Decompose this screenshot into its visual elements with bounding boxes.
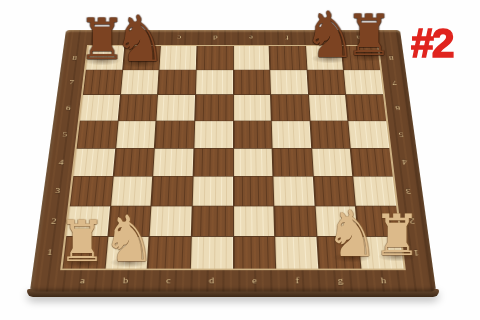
coord-label-f: f xyxy=(276,273,320,289)
white-knight-b1: ♞ xyxy=(103,207,156,271)
white-rook-h1: ♜ xyxy=(373,207,420,264)
square-e3 xyxy=(233,177,273,206)
square-d7 xyxy=(196,70,233,94)
square-d4 xyxy=(193,148,232,176)
coord-label-6: 6 xyxy=(57,95,79,121)
black-knight-b8: ♞ xyxy=(114,7,167,71)
square-f3 xyxy=(274,177,315,206)
square-f5 xyxy=(272,121,311,147)
square-c3 xyxy=(152,177,193,206)
coord-label-d: d xyxy=(190,273,233,289)
square-c5 xyxy=(155,121,194,147)
square-f2 xyxy=(274,206,316,236)
square-e8 xyxy=(233,46,269,69)
square-e2 xyxy=(234,206,275,236)
square-d2 xyxy=(192,206,233,236)
square-a4 xyxy=(73,148,115,176)
square-d8 xyxy=(197,46,233,69)
coord-label-7: 7 xyxy=(61,70,83,95)
white-rook-a1: ♜ xyxy=(58,213,105,270)
square-a6 xyxy=(80,95,120,120)
square-e7 xyxy=(233,70,270,94)
square-g7 xyxy=(307,70,345,94)
square-h5 xyxy=(349,121,390,147)
square-g5 xyxy=(310,121,350,147)
square-d1 xyxy=(191,237,233,268)
square-b5 xyxy=(116,121,156,147)
square-d6 xyxy=(195,95,232,120)
square-c4 xyxy=(153,148,193,176)
coord-label-d: d xyxy=(197,32,233,43)
square-e6 xyxy=(233,95,270,120)
coord-label-3: 3 xyxy=(46,176,70,205)
square-f7 xyxy=(270,70,307,94)
black-rook-h8: ♜ xyxy=(345,7,392,64)
coord-label-4: 4 xyxy=(393,148,416,176)
coord-label-e: e xyxy=(233,273,276,289)
square-h6 xyxy=(346,95,386,120)
square-d3 xyxy=(193,177,233,206)
photo-stage: abcdefgh abcdefgh 87654321 87654321 #2 ♜… xyxy=(0,0,480,320)
coord-label-5: 5 xyxy=(390,121,413,148)
white-knight-g1: ♞ xyxy=(326,202,379,266)
coord-label-6: 6 xyxy=(387,95,409,121)
square-d5 xyxy=(194,121,232,147)
square-e4 xyxy=(233,148,272,176)
coord-label-h: h xyxy=(361,273,406,289)
square-h4 xyxy=(351,148,393,176)
square-b4 xyxy=(113,148,154,176)
coord-label-c: c xyxy=(161,32,197,43)
square-h7 xyxy=(344,70,383,94)
coord-label-f: f xyxy=(269,32,305,43)
square-g6 xyxy=(309,95,348,120)
coord-label-a: a xyxy=(60,273,105,289)
square-b6 xyxy=(118,95,157,120)
square-a5 xyxy=(77,121,118,147)
square-f6 xyxy=(271,95,309,120)
square-c2 xyxy=(150,206,192,236)
square-e1 xyxy=(234,237,276,268)
coord-label-4: 4 xyxy=(50,148,73,176)
square-e5 xyxy=(233,121,271,147)
square-g4 xyxy=(312,148,353,176)
puzzle-number-label: #2 xyxy=(411,20,453,67)
coord-label-7: 7 xyxy=(384,70,406,95)
square-f1 xyxy=(275,237,318,268)
coord-label-g: g xyxy=(319,273,363,289)
coord-label-5: 5 xyxy=(54,121,77,148)
square-f8 xyxy=(270,46,307,69)
coord-label-e: e xyxy=(233,32,269,43)
square-c6 xyxy=(157,95,195,120)
square-f4 xyxy=(273,148,313,176)
